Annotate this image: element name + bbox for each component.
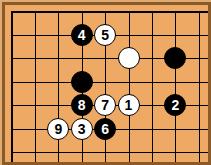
- white-stone-move-1[interactable]: 1: [118, 94, 140, 116]
- grid-line-vertical: [35, 11, 36, 162]
- go-diagram: 458712936: [0, 0, 211, 165]
- grid-line-horizontal: [11, 152, 208, 153]
- white-stone-move-9[interactable]: 9: [47, 118, 69, 140]
- white-stone-move-7[interactable]: 7: [94, 94, 116, 116]
- board-edge-line-horizontal: [11, 11, 208, 13]
- grid-line-vertical: [129, 11, 130, 162]
- white-stone-move-3[interactable]: 3: [71, 118, 93, 140]
- black-stone-move-6[interactable]: 6: [94, 118, 116, 140]
- grid-line-vertical: [199, 11, 200, 162]
- black-stone[interactable]: [164, 47, 186, 69]
- grid-line-vertical: [152, 11, 153, 162]
- black-stone-move-2[interactable]: 2: [164, 94, 186, 116]
- white-stone-move-5[interactable]: 5: [94, 24, 116, 46]
- grid-line-horizontal: [11, 82, 208, 83]
- go-board-grid[interactable]: 458712936: [0, 0, 211, 165]
- black-stone-move-8[interactable]: 8: [71, 94, 93, 116]
- black-stone[interactable]: [71, 71, 93, 93]
- white-stone[interactable]: [118, 47, 140, 69]
- grid-line-vertical: [175, 11, 176, 162]
- board-edge-line-vertical: [11, 11, 13, 162]
- black-stone-move-4[interactable]: 4: [71, 24, 93, 46]
